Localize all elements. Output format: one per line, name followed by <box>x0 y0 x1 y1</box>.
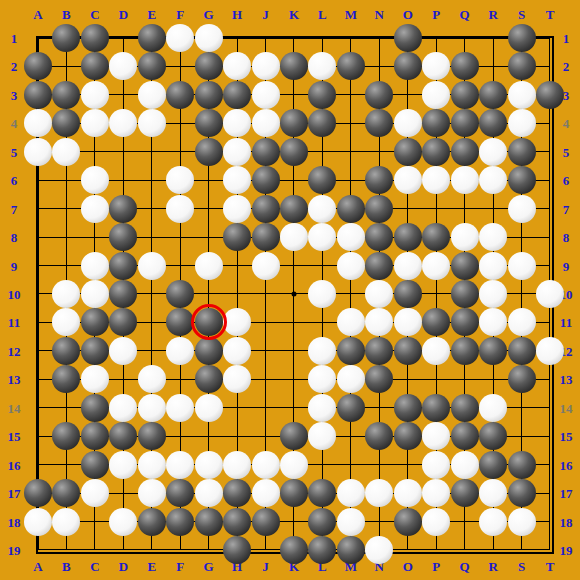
row-label-right-18: 18 <box>560 515 573 528</box>
stone-white-S4[interactable] <box>508 109 536 137</box>
stone-white-S3[interactable] <box>508 81 536 109</box>
stone-white-F6[interactable] <box>166 166 194 194</box>
stone-white-F12[interactable] <box>166 337 194 365</box>
stone-white-N11[interactable] <box>365 308 393 336</box>
col-label-bottom-F: F <box>176 560 184 573</box>
stone-white-L15[interactable] <box>308 422 336 450</box>
stone-black-R3[interactable] <box>479 81 507 109</box>
col-label-top-K: K <box>289 8 299 21</box>
row-label-right-15: 15 <box>560 430 573 443</box>
stone-black-R15[interactable] <box>479 422 507 450</box>
stone-white-K8[interactable] <box>280 223 308 251</box>
stone-white-K16[interactable] <box>280 451 308 479</box>
stone-black-Q14[interactable] <box>451 394 479 422</box>
last-move-marker-G11 <box>191 304 227 340</box>
col-label-top-H: H <box>232 8 242 21</box>
col-label-bottom-S: S <box>518 560 525 573</box>
stone-white-Q16[interactable] <box>451 451 479 479</box>
stone-black-S2[interactable] <box>508 52 536 80</box>
stone-white-J9[interactable] <box>252 252 280 280</box>
stone-white-H5[interactable] <box>223 138 251 166</box>
stone-black-Q11[interactable] <box>451 308 479 336</box>
stone-white-A5[interactable] <box>24 138 52 166</box>
stone-white-P2[interactable] <box>422 52 450 80</box>
row-label-right-7: 7 <box>563 202 570 215</box>
stone-black-G12[interactable] <box>195 337 223 365</box>
stone-black-A2[interactable] <box>24 52 52 80</box>
stone-white-G17[interactable] <box>195 479 223 507</box>
stone-black-H17[interactable] <box>223 479 251 507</box>
col-label-top-A: A <box>33 8 42 21</box>
col-label-top-Q: Q <box>460 8 470 21</box>
stone-white-Q6[interactable] <box>451 166 479 194</box>
row-label-left-4: 4 <box>11 117 18 130</box>
stone-black-S17[interactable] <box>508 479 536 507</box>
stone-black-P14[interactable] <box>422 394 450 422</box>
col-label-top-C: C <box>90 8 99 21</box>
stone-white-N10[interactable] <box>365 280 393 308</box>
stone-white-O6[interactable] <box>394 166 422 194</box>
col-label-top-O: O <box>403 8 413 21</box>
stone-white-L7[interactable] <box>308 195 336 223</box>
stone-black-Q9[interactable] <box>451 252 479 280</box>
stone-white-A18[interactable] <box>24 508 52 536</box>
stone-white-L14[interactable] <box>308 394 336 422</box>
stone-white-J4[interactable] <box>252 109 280 137</box>
stone-black-B4[interactable] <box>52 109 80 137</box>
stone-black-C12[interactable] <box>81 337 109 365</box>
row-label-left-12: 12 <box>8 344 21 357</box>
stone-black-B13[interactable] <box>52 365 80 393</box>
stone-black-H18[interactable] <box>223 508 251 536</box>
stone-white-M8[interactable] <box>337 223 365 251</box>
stone-black-D9[interactable] <box>109 252 137 280</box>
col-label-top-G: G <box>204 8 214 21</box>
row-label-right-8: 8 <box>563 231 570 244</box>
stone-black-G3[interactable] <box>195 81 223 109</box>
stone-white-P3[interactable] <box>422 81 450 109</box>
stone-black-K19[interactable] <box>280 536 308 564</box>
stone-white-H2[interactable] <box>223 52 251 80</box>
stone-black-N9[interactable] <box>365 252 393 280</box>
stone-black-N3[interactable] <box>365 81 393 109</box>
stone-white-L8[interactable] <box>308 223 336 251</box>
stone-white-F7[interactable] <box>166 195 194 223</box>
stone-black-G13[interactable] <box>195 365 223 393</box>
stone-white-C7[interactable] <box>81 195 109 223</box>
col-label-bottom-J: J <box>262 560 269 573</box>
stone-white-R18[interactable] <box>479 508 507 536</box>
stone-white-M9[interactable] <box>337 252 365 280</box>
stone-white-H16[interactable] <box>223 451 251 479</box>
stone-white-L13[interactable] <box>308 365 336 393</box>
stone-white-M13[interactable] <box>337 365 365 393</box>
stone-white-B5[interactable] <box>52 138 80 166</box>
row-label-right-19: 19 <box>560 543 573 556</box>
stone-white-A4[interactable] <box>24 109 52 137</box>
row-label-right-17: 17 <box>560 487 573 500</box>
row-label-left-2: 2 <box>11 60 18 73</box>
stone-white-D12[interactable] <box>109 337 137 365</box>
stone-white-G16[interactable] <box>195 451 223 479</box>
row-label-left-17: 17 <box>8 487 21 500</box>
stone-black-M2[interactable] <box>337 52 365 80</box>
stone-white-R8[interactable] <box>479 223 507 251</box>
col-label-top-F: F <box>176 8 184 21</box>
stone-black-D15[interactable] <box>109 422 137 450</box>
stone-black-J5[interactable] <box>252 138 280 166</box>
col-label-top-B: B <box>62 8 71 21</box>
stone-black-N15[interactable] <box>365 422 393 450</box>
stone-black-B17[interactable] <box>52 479 80 507</box>
stone-white-R5[interactable] <box>479 138 507 166</box>
stone-black-K5[interactable] <box>280 138 308 166</box>
stone-black-G4[interactable] <box>195 109 223 137</box>
stone-white-L12[interactable] <box>308 337 336 365</box>
stone-black-C1[interactable] <box>81 24 109 52</box>
row-label-right-14: 14 <box>560 401 573 414</box>
stone-white-D2[interactable] <box>109 52 137 80</box>
stone-white-R9[interactable] <box>479 252 507 280</box>
col-label-top-P: P <box>432 8 440 21</box>
stone-white-R17[interactable] <box>479 479 507 507</box>
stone-white-E3[interactable] <box>138 81 166 109</box>
stone-black-L3[interactable] <box>308 81 336 109</box>
row-label-left-5: 5 <box>11 145 18 158</box>
stone-black-N8[interactable] <box>365 223 393 251</box>
col-label-bottom-Q: Q <box>460 560 470 573</box>
stone-black-J8[interactable] <box>252 223 280 251</box>
stone-white-F16[interactable] <box>166 451 194 479</box>
stone-white-B11[interactable] <box>52 308 80 336</box>
stone-black-K4[interactable] <box>280 109 308 137</box>
stone-white-S11[interactable] <box>508 308 536 336</box>
row-label-left-19: 19 <box>8 543 21 556</box>
stone-white-T12[interactable] <box>536 337 564 365</box>
row-label-left-9: 9 <box>11 259 18 272</box>
col-label-top-T: T <box>546 8 555 21</box>
stone-black-C16[interactable] <box>81 451 109 479</box>
stone-black-N4[interactable] <box>365 109 393 137</box>
stone-white-P9[interactable] <box>422 252 450 280</box>
stone-black-L6[interactable] <box>308 166 336 194</box>
stone-black-M19[interactable] <box>337 536 365 564</box>
stone-black-S5[interactable] <box>508 138 536 166</box>
row-label-right-2: 2 <box>563 60 570 73</box>
stone-black-S6[interactable] <box>508 166 536 194</box>
stone-black-C14[interactable] <box>81 394 109 422</box>
stone-black-M7[interactable] <box>337 195 365 223</box>
stone-black-H8[interactable] <box>223 223 251 251</box>
stone-white-C10[interactable] <box>81 280 109 308</box>
stone-black-E18[interactable] <box>138 508 166 536</box>
stone-black-N6[interactable] <box>365 166 393 194</box>
stone-black-A3[interactable] <box>24 81 52 109</box>
col-label-top-L: L <box>318 8 327 21</box>
row-label-left-8: 8 <box>11 231 18 244</box>
row-label-left-16: 16 <box>8 458 21 471</box>
col-label-bottom-E: E <box>147 560 156 573</box>
stone-black-Q10[interactable] <box>451 280 479 308</box>
stone-black-Q4[interactable] <box>451 109 479 137</box>
stone-white-R11[interactable] <box>479 308 507 336</box>
stone-white-G14[interactable] <box>195 394 223 422</box>
stone-black-L18[interactable] <box>308 508 336 536</box>
row-label-right-5: 5 <box>563 145 570 158</box>
stone-white-M17[interactable] <box>337 479 365 507</box>
col-label-bottom-T: T <box>546 560 555 573</box>
row-label-left-7: 7 <box>11 202 18 215</box>
stone-white-R6[interactable] <box>479 166 507 194</box>
stone-black-G18[interactable] <box>195 508 223 536</box>
stone-white-R14[interactable] <box>479 394 507 422</box>
stone-black-H3[interactable] <box>223 81 251 109</box>
stone-white-H12[interactable] <box>223 337 251 365</box>
stone-white-O4[interactable] <box>394 109 422 137</box>
stone-white-E4[interactable] <box>138 109 166 137</box>
stone-white-H4[interactable] <box>223 109 251 137</box>
stone-white-C6[interactable] <box>81 166 109 194</box>
stone-white-J17[interactable] <box>252 479 280 507</box>
stone-black-J6[interactable] <box>252 166 280 194</box>
stone-white-D4[interactable] <box>109 109 137 137</box>
stone-white-B18[interactable] <box>52 508 80 536</box>
stone-white-R10[interactable] <box>479 280 507 308</box>
stone-black-L17[interactable] <box>308 479 336 507</box>
stone-black-N7[interactable] <box>365 195 393 223</box>
row-label-right-4: 4 <box>563 117 570 130</box>
stone-black-O2[interactable] <box>394 52 422 80</box>
stone-white-B10[interactable] <box>52 280 80 308</box>
stone-black-C11[interactable] <box>81 308 109 336</box>
stone-white-S9[interactable] <box>508 252 536 280</box>
stone-white-S7[interactable] <box>508 195 536 223</box>
stone-black-B12[interactable] <box>52 337 80 365</box>
stone-black-Q15[interactable] <box>451 422 479 450</box>
stone-white-P12[interactable] <box>422 337 450 365</box>
stone-black-L4[interactable] <box>308 109 336 137</box>
stone-white-E17[interactable] <box>138 479 166 507</box>
stone-white-P18[interactable] <box>422 508 450 536</box>
stone-black-E2[interactable] <box>138 52 166 80</box>
stone-white-L2[interactable] <box>308 52 336 80</box>
stone-black-E1[interactable] <box>138 24 166 52</box>
row-label-right-11: 11 <box>560 316 572 329</box>
stone-white-J2[interactable] <box>252 52 280 80</box>
stone-black-D8[interactable] <box>109 223 137 251</box>
stone-black-O10[interactable] <box>394 280 422 308</box>
row-label-left-14: 14 <box>8 401 21 414</box>
col-label-top-D: D <box>119 8 128 21</box>
stone-white-S18[interactable] <box>508 508 536 536</box>
row-label-left-13: 13 <box>8 373 21 386</box>
stone-black-P8[interactable] <box>422 223 450 251</box>
stone-black-K15[interactable] <box>280 422 308 450</box>
stone-black-S1[interactable] <box>508 24 536 52</box>
col-label-bottom-C: C <box>90 560 99 573</box>
stone-white-O9[interactable] <box>394 252 422 280</box>
stone-black-S13[interactable] <box>508 365 536 393</box>
row-label-right-16: 16 <box>560 458 573 471</box>
col-label-bottom-P: P <box>432 560 440 573</box>
col-label-top-E: E <box>147 8 156 21</box>
stone-black-O14[interactable] <box>394 394 422 422</box>
stone-black-O12[interactable] <box>394 337 422 365</box>
col-label-bottom-D: D <box>119 560 128 573</box>
stone-black-Q3[interactable] <box>451 81 479 109</box>
stone-white-D18[interactable] <box>109 508 137 536</box>
stone-black-K7[interactable] <box>280 195 308 223</box>
stone-white-H6[interactable] <box>223 166 251 194</box>
stone-white-E16[interactable] <box>138 451 166 479</box>
stone-white-M18[interactable] <box>337 508 365 536</box>
stone-black-Q5[interactable] <box>451 138 479 166</box>
stone-black-O1[interactable] <box>394 24 422 52</box>
stone-black-S12[interactable] <box>508 337 536 365</box>
stone-black-Q12[interactable] <box>451 337 479 365</box>
row-label-right-1: 1 <box>563 32 570 45</box>
row-label-left-1: 1 <box>11 32 18 45</box>
col-label-top-N: N <box>375 8 384 21</box>
stone-white-H13[interactable] <box>223 365 251 393</box>
stone-black-B1[interactable] <box>52 24 80 52</box>
stone-black-L19[interactable] <box>308 536 336 564</box>
stone-white-D14[interactable] <box>109 394 137 422</box>
row-label-left-15: 15 <box>8 430 21 443</box>
stone-black-R4[interactable] <box>479 109 507 137</box>
stone-black-O18[interactable] <box>394 508 422 536</box>
stone-white-H11[interactable] <box>223 308 251 336</box>
stone-black-R16[interactable] <box>479 451 507 479</box>
stone-black-O5[interactable] <box>394 138 422 166</box>
stone-black-M14[interactable] <box>337 394 365 422</box>
col-label-top-J: J <box>262 8 269 21</box>
row-label-left-10: 10 <box>8 287 21 300</box>
stone-white-L10[interactable] <box>308 280 336 308</box>
col-label-bottom-B: B <box>62 560 71 573</box>
row-label-left-6: 6 <box>11 174 18 187</box>
col-label-bottom-O: O <box>403 560 413 573</box>
stone-white-C4[interactable] <box>81 109 109 137</box>
stone-black-Q17[interactable] <box>451 479 479 507</box>
stone-black-P5[interactable] <box>422 138 450 166</box>
stone-black-E15[interactable] <box>138 422 166 450</box>
stone-black-G5[interactable] <box>195 138 223 166</box>
stone-black-F3[interactable] <box>166 81 194 109</box>
stone-black-N13[interactable] <box>365 365 393 393</box>
row-label-left-11: 11 <box>8 316 20 329</box>
stone-white-C17[interactable] <box>81 479 109 507</box>
stone-white-G9[interactable] <box>195 252 223 280</box>
row-label-right-6: 6 <box>563 174 570 187</box>
stone-black-P4[interactable] <box>422 109 450 137</box>
stone-black-H19[interactable] <box>223 536 251 564</box>
stone-black-B3[interactable] <box>52 81 80 109</box>
stone-black-D11[interactable] <box>109 308 137 336</box>
star-point-K10 <box>291 291 296 296</box>
stone-white-P16[interactable] <box>422 451 450 479</box>
stone-black-F18[interactable] <box>166 508 194 536</box>
stone-white-P17[interactable] <box>422 479 450 507</box>
stone-white-J3[interactable] <box>252 81 280 109</box>
stone-white-T10[interactable] <box>536 280 564 308</box>
stone-black-J7[interactable] <box>252 195 280 223</box>
stone-white-C13[interactable] <box>81 365 109 393</box>
stone-black-D10[interactable] <box>109 280 137 308</box>
stone-black-C2[interactable] <box>81 52 109 80</box>
stone-black-N12[interactable] <box>365 337 393 365</box>
col-label-top-R: R <box>488 8 497 21</box>
col-label-bottom-R: R <box>488 560 497 573</box>
stone-black-O8[interactable] <box>394 223 422 251</box>
stone-white-C9[interactable] <box>81 252 109 280</box>
stone-black-B15[interactable] <box>52 422 80 450</box>
stone-white-J16[interactable] <box>252 451 280 479</box>
stone-black-R12[interactable] <box>479 337 507 365</box>
stone-black-Q2[interactable] <box>451 52 479 80</box>
row-label-right-13: 13 <box>560 373 573 386</box>
row-label-left-3: 3 <box>11 88 18 101</box>
col-label-bottom-A: A <box>33 560 42 573</box>
stone-black-F10[interactable] <box>166 280 194 308</box>
stone-white-E13[interactable] <box>138 365 166 393</box>
stone-white-O17[interactable] <box>394 479 422 507</box>
stone-white-F1[interactable] <box>166 24 194 52</box>
stone-white-N19[interactable] <box>365 536 393 564</box>
stone-white-G1[interactable] <box>195 24 223 52</box>
stone-black-T3[interactable] <box>536 81 564 109</box>
stone-black-K17[interactable] <box>280 479 308 507</box>
stone-black-G2[interactable] <box>195 52 223 80</box>
stone-black-J18[interactable] <box>252 508 280 536</box>
stone-white-M11[interactable] <box>337 308 365 336</box>
stone-black-O15[interactable] <box>394 422 422 450</box>
stone-black-D7[interactable] <box>109 195 137 223</box>
stone-white-D16[interactable] <box>109 451 137 479</box>
stone-white-N17[interactable] <box>365 479 393 507</box>
stone-white-P6[interactable] <box>422 166 450 194</box>
stone-black-K2[interactable] <box>280 52 308 80</box>
stone-white-H7[interactable] <box>223 195 251 223</box>
stone-white-P15[interactable] <box>422 422 450 450</box>
stone-black-S16[interactable] <box>508 451 536 479</box>
stone-white-O11[interactable] <box>394 308 422 336</box>
row-label-left-18: 18 <box>8 515 21 528</box>
stone-white-F14[interactable] <box>166 394 194 422</box>
col-label-top-M: M <box>345 8 357 21</box>
col-label-top-S: S <box>518 8 525 21</box>
stone-white-E14[interactable] <box>138 394 166 422</box>
stone-black-C15[interactable] <box>81 422 109 450</box>
stone-white-E9[interactable] <box>138 252 166 280</box>
stone-black-P11[interactable] <box>422 308 450 336</box>
stone-black-M12[interactable] <box>337 337 365 365</box>
stone-white-C3[interactable] <box>81 81 109 109</box>
stone-white-Q8[interactable] <box>451 223 479 251</box>
row-label-right-9: 9 <box>563 259 570 272</box>
col-label-bottom-G: G <box>204 560 214 573</box>
stone-black-A17[interactable] <box>24 479 52 507</box>
stone-black-F17[interactable] <box>166 479 194 507</box>
go-board[interactable]: AABBCCDDEEFFGGHHJJKKLLMMNNOOPPQQRRSSTT11… <box>0 0 580 580</box>
